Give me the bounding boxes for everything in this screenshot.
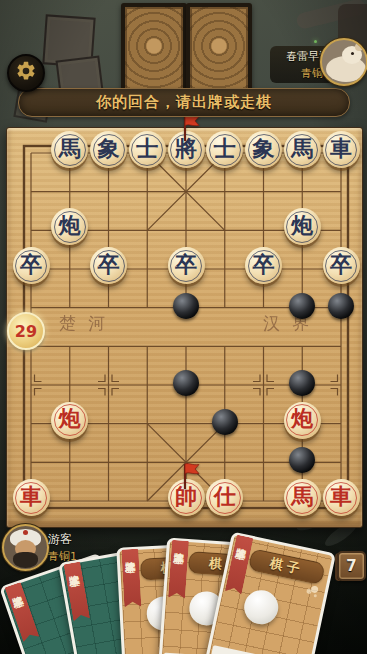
xiangqi-piece-仕-red[interactable]: 仕	[206, 479, 243, 516]
black-go-stone	[289, 293, 315, 319]
deck-count-badge: 7	[337, 551, 366, 581]
piece-character: 車	[330, 486, 352, 508]
piece-character: 卒	[253, 254, 275, 276]
xiangqi-piece-卒-black[interactable]: 卒	[323, 247, 360, 284]
card-ribbon: 基本牌	[121, 549, 141, 608]
xiangqi-piece-車-red[interactable]: 車	[13, 479, 50, 516]
piece-character: 炮	[59, 408, 81, 430]
xiangqi-piece-卒-black[interactable]: 卒	[90, 247, 127, 284]
black-go-stone	[212, 409, 238, 435]
gear-icon	[15, 60, 37, 86]
xiangqi-piece-炮-red[interactable]: 炮	[284, 402, 321, 439]
black-go-stone	[173, 370, 199, 396]
piece-character: 車	[330, 138, 352, 160]
river-label-right: 汉界	[263, 312, 321, 335]
piece-character: 士	[136, 138, 158, 160]
sparkle	[314, 40, 317, 43]
xiangqi-piece-卒-black[interactable]: 卒	[168, 247, 205, 284]
xiangqi-piece-士-black[interactable]: 士	[206, 131, 243, 168]
card-ribbon: 基本牌	[168, 540, 189, 599]
piece-character: 馬	[59, 138, 81, 160]
player-avatar	[2, 524, 49, 571]
xiangqi-piece-馬-black[interactable]: 馬	[284, 131, 321, 168]
piece-character: 仕	[214, 486, 236, 508]
opponent-card-back	[121, 3, 187, 94]
white-stone-icon	[241, 587, 281, 627]
xiangqi-piece-車-red[interactable]: 車	[323, 479, 360, 516]
piece-character: 馬	[291, 486, 313, 508]
xiangqi-piece-車-black[interactable]: 車	[323, 131, 360, 168]
avatar-art	[13, 552, 38, 568]
opponent-avatar	[320, 38, 367, 86]
turn-banner-text: 你的回合，请出牌或走棋	[96, 93, 272, 112]
xiangqi-piece-士-black[interactable]: 士	[129, 131, 166, 168]
xiangqi-piece-卒-black[interactable]: 卒	[245, 247, 282, 284]
piece-character: 象	[98, 138, 120, 160]
xiangqi-piece-炮-red[interactable]: 炮	[51, 402, 88, 439]
xiangqi-piece-象-black[interactable]: 象	[245, 131, 282, 168]
cloud-ornament	[310, 585, 318, 593]
piece-character: 士	[214, 138, 236, 160]
piece-character: 卒	[330, 254, 352, 276]
xiangqi-piece-象-black[interactable]: 象	[90, 131, 127, 168]
black-go-stone	[173, 293, 199, 319]
piece-character: 卒	[98, 254, 120, 276]
piece-character: 炮	[291, 215, 313, 237]
piece-character: 車	[20, 486, 42, 508]
card-description: 连成5子	[207, 645, 307, 654]
river-label-left: 楚河	[59, 312, 117, 335]
avatar-art	[351, 52, 354, 55]
black-go-stone	[328, 293, 354, 319]
game-screen: 春雷早退 青铜1 你的回合，请出牌或走棋 楚河 汉界 馬象士將士象馬車炮炮卒卒卒…	[0, 0, 367, 654]
piece-character: 卒	[175, 254, 197, 276]
avatar-art	[23, 530, 28, 535]
xiangqi-piece-馬-black[interactable]: 馬	[51, 131, 88, 168]
settings-button[interactable]	[7, 54, 45, 92]
turn-banner: 你的回合，请出牌或走棋	[18, 88, 350, 117]
piece-character: 炮	[59, 215, 81, 237]
opponent-card-back	[186, 3, 252, 94]
counter-badge: 29	[7, 312, 45, 350]
xiangqi-piece-炮-black[interactable]: 炮	[284, 208, 321, 245]
piece-character: 卒	[20, 254, 42, 276]
piece-character: 馬	[291, 138, 313, 160]
piece-character: 炮	[291, 408, 313, 430]
xiangqi-piece-馬-red[interactable]: 馬	[284, 479, 321, 516]
card-ribbon: 基本牌	[63, 561, 90, 621]
card-title-banner: 棋子	[248, 548, 326, 585]
xiangqi-board[interactable]: 楚河 汉界 馬象士將士象馬車炮炮卒卒卒卒卒炮炮車帥仕馬車	[6, 127, 363, 528]
piece-character: 象	[253, 138, 275, 160]
player-name: 游客	[48, 531, 72, 548]
xiangqi-piece-卒-black[interactable]: 卒	[13, 247, 50, 284]
